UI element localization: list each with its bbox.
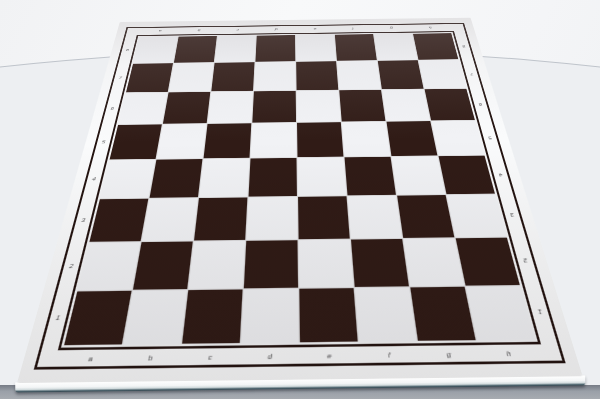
square-h1: [466, 286, 535, 340]
square-f6: [339, 90, 385, 122]
square-d3: [246, 197, 297, 240]
square-d5: [251, 123, 297, 158]
square-c1: [182, 289, 243, 343]
square-c8: [215, 36, 256, 63]
square-g4: [392, 156, 446, 195]
square-b4: [150, 159, 203, 198]
square-b2: [133, 241, 193, 289]
square-g7: [378, 60, 424, 89]
square-a5: [110, 124, 162, 159]
board-tilt-wrapper: abcdefgh abcdefgh 87654321 87654321: [0, 0, 600, 399]
square-b3: [142, 198, 198, 241]
square-d7: [254, 62, 296, 91]
square-h5: [431, 121, 484, 156]
square-b8: [174, 36, 217, 63]
square-c2: [188, 241, 245, 289]
square-f8: [335, 34, 377, 60]
square-d1: [241, 289, 299, 343]
square-a4: [100, 160, 155, 199]
photo-scene: abcdefgh abcdefgh 87654321 87654321: [0, 0, 600, 399]
square-h6: [425, 89, 475, 121]
square-g5: [387, 121, 438, 156]
square-a2: [78, 242, 141, 290]
board-coordinate-margin: abcdefgh abcdefgh 87654321 87654321: [37, 24, 562, 367]
square-e3: [298, 196, 350, 239]
file-label-top-a: a: [140, 27, 180, 34]
square-h8: [413, 33, 458, 59]
board-outer-frame-line: abcdefgh abcdefgh 87654321 87654321: [34, 23, 566, 370]
square-f7: [337, 61, 381, 90]
square-f1: [355, 287, 417, 341]
square-g1: [410, 287, 475, 341]
square-f3: [348, 196, 403, 239]
square-c5: [204, 123, 252, 158]
file-label-bottom-b: b: [119, 349, 181, 366]
square-h3: [447, 194, 507, 237]
square-d6: [252, 91, 296, 123]
square-a6: [118, 92, 167, 124]
file-label-bottom-a: a: [59, 349, 122, 366]
file-label-top-e: e: [295, 26, 334, 33]
file-label-bottom-f: f: [359, 346, 420, 363]
file-label-bottom-e: e: [299, 347, 359, 364]
square-g8: [374, 34, 418, 60]
chessboard: abcdefgh abcdefgh 87654321 87654321: [17, 18, 583, 383]
square-f2: [351, 239, 409, 287]
square-b5: [157, 124, 207, 159]
square-c4: [199, 159, 249, 198]
file-label-bottom-c: c: [179, 348, 240, 365]
square-b6: [163, 92, 210, 124]
square-b1: [123, 290, 187, 344]
square-e1: [299, 288, 357, 342]
square-a7: [126, 63, 173, 92]
file-label-bottom-d: d: [239, 347, 299, 364]
square-g2: [403, 238, 464, 286]
file-label-top-d: d: [257, 26, 296, 33]
square-b7: [169, 63, 214, 92]
file-label-top-f: f: [334, 25, 373, 32]
square-f5: [342, 122, 391, 157]
file-label-top-c: c: [218, 27, 257, 34]
square-f4: [345, 157, 396, 196]
square-a3: [89, 199, 148, 242]
square-c3: [194, 197, 247, 240]
square-c6: [208, 91, 253, 123]
square-e7: [296, 61, 338, 90]
square-h7: [419, 60, 467, 89]
square-e5: [297, 122, 343, 157]
square-a8: [133, 37, 178, 64]
square-d4: [249, 158, 297, 197]
file-label-bottom-g: g: [418, 345, 481, 362]
square-e8: [296, 35, 336, 62]
square-d8: [255, 35, 295, 62]
square-c7: [211, 62, 254, 91]
file-label-top-h: h: [410, 24, 450, 31]
square-h4: [439, 156, 495, 195]
square-e4: [297, 157, 346, 196]
file-label-top-g: g: [372, 25, 412, 32]
square-h2: [456, 238, 520, 286]
perspective-scene: abcdefgh abcdefgh 87654321 87654321: [0, 0, 600, 399]
square-d2: [244, 240, 298, 288]
file-label-top-b: b: [179, 27, 219, 34]
square-a1: [64, 291, 131, 345]
file-label-bottom-h: h: [477, 344, 541, 361]
square-g6: [382, 89, 430, 121]
square-g3: [397, 195, 454, 238]
board-squares: [64, 33, 535, 345]
square-e6: [297, 90, 341, 122]
square-e2: [299, 240, 354, 288]
